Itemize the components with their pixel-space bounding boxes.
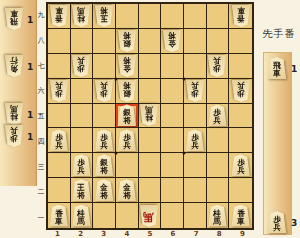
rank-label: 二 — [36, 188, 46, 196]
shogi-piece-sente[interactable]: 金将 — [162, 30, 182, 52]
board-square[interactable] — [207, 4, 230, 29]
piece-kanji: 兵 — [237, 81, 245, 89]
shogi-piece-sente[interactable]: 桂馬 — [139, 104, 159, 126]
board-square[interactable] — [139, 4, 162, 29]
piece-kanji: 行 — [10, 56, 18, 64]
rank-label: 一 — [36, 214, 46, 222]
captured-count: 1 — [291, 64, 297, 74]
piece-kanji: 将 — [123, 81, 131, 89]
piece-kanji: 歩 — [10, 134, 18, 142]
board-square[interactable] — [48, 29, 71, 54]
board-square[interactable] — [71, 29, 94, 54]
board-square[interactable] — [161, 104, 184, 129]
piece-kanji: 兵 — [237, 167, 245, 175]
board-square[interactable] — [139, 29, 162, 54]
board-square[interactable] — [116, 153, 139, 178]
board-square[interactable] — [184, 203, 207, 228]
board-square[interactable] — [229, 178, 252, 203]
board-square[interactable]: 金将 — [93, 178, 116, 203]
shogi-piece-sente[interactable]: 金将 — [117, 55, 137, 77]
board-square[interactable] — [48, 153, 71, 178]
shogi-piece-sente[interactable]: 香車 — [231, 5, 251, 27]
turn-indicator: 先手番 — [258, 27, 300, 41]
piece-kanji: 将 — [78, 192, 86, 200]
board-square[interactable]: 玉将 — [93, 4, 116, 29]
shogi-piece-sente[interactable]: 歩兵 — [71, 55, 91, 77]
shogi-piece-gote[interactable]: 銀将 — [94, 154, 114, 176]
shogi-piece-gote[interactable]: 歩兵 — [117, 129, 137, 151]
board-square[interactable]: 銀将 — [116, 79, 139, 104]
board-square[interactable]: 銀将 — [116, 29, 139, 54]
piece-kanji: 桂 — [78, 14, 86, 22]
captured-count: 3 — [291, 218, 297, 228]
gote-captured-tray: 飛車1歩兵3 — [263, 52, 292, 235]
board-square[interactable] — [161, 54, 184, 79]
piece-kanji: 兵 — [100, 81, 108, 89]
board-square[interactable] — [184, 4, 207, 29]
shogi-piece-gote[interactable]: 香車 — [49, 205, 69, 227]
piece-kanji: 玉 — [100, 14, 108, 22]
board-square[interactable] — [139, 178, 162, 203]
board-square[interactable]: 歩兵 — [93, 128, 116, 153]
board-square[interactable] — [93, 203, 116, 228]
shogi-piece-gote[interactable]: 飛車 — [267, 57, 287, 79]
piece-kanji: 車 — [55, 218, 63, 226]
piece-kanji: 香 — [237, 14, 245, 22]
board-square[interactable] — [184, 54, 207, 79]
piece-kanji: 兵 — [78, 167, 86, 175]
board-square[interactable]: 歩兵 — [71, 153, 94, 178]
piece-kanji: 将 — [100, 167, 108, 175]
piece-kanji: 兵 — [191, 81, 199, 89]
board-square[interactable]: 歩兵 — [93, 79, 116, 104]
piece-kanji: 兵 — [100, 142, 108, 150]
piece-kanji: 金 — [168, 39, 176, 47]
piece-kanji: 馬 — [78, 218, 86, 226]
rank-label: 七 — [36, 62, 46, 70]
piece-kanji: 車 — [273, 70, 281, 78]
shogi-piece-gote[interactable]: 歩兵 — [49, 129, 69, 151]
shogi-piece-sente[interactable]: 馬 — [139, 205, 159, 227]
board-square[interactable]: 金将 — [116, 54, 139, 79]
shogi-piece-sente[interactable]: 桂馬 — [4, 103, 24, 125]
captured-count: 1 — [27, 110, 33, 120]
piece-kanji: 馬 — [78, 6, 86, 14]
board-square[interactable] — [71, 104, 94, 129]
shogi-piece-sente[interactable]: 歩兵 — [231, 80, 251, 102]
piece-kanji: 兵 — [273, 224, 281, 232]
captured-count: 1 — [27, 15, 33, 25]
shogi-piece-gote[interactable]: 歩兵 — [231, 154, 251, 176]
shogi-piece-gote[interactable]: 銀将 — [117, 104, 137, 126]
piece-kanji: 車 — [237, 218, 245, 226]
shogi-piece-sente[interactable]: 角行 — [4, 55, 24, 77]
piece-kanji: 桂 — [146, 113, 154, 121]
shogi-piece-gote[interactable]: 歩兵 — [71, 154, 91, 176]
piece-kanji: 車 — [237, 6, 245, 14]
piece-kanji: 飛 — [10, 17, 18, 25]
captured-count: 1 — [27, 62, 33, 72]
shogi-piece-gote[interactable]: 桂馬 — [71, 205, 91, 227]
shogi-piece-gote[interactable]: 歩兵 — [94, 129, 114, 151]
board-square[interactable] — [93, 104, 116, 129]
board-square[interactable] — [93, 54, 116, 79]
board-square[interactable]: 歩兵 — [48, 128, 71, 153]
board-square[interactable]: 歩兵 — [229, 153, 252, 178]
board-square[interactable] — [139, 79, 162, 104]
piece-kanji: 将 — [123, 192, 131, 200]
board-square[interactable]: 香車 — [229, 4, 252, 29]
file-label: 7 — [191, 230, 201, 238]
board-square[interactable] — [48, 178, 71, 203]
shogi-piece-sente[interactable]: 香車 — [49, 5, 69, 27]
board-square[interactable] — [116, 203, 139, 228]
board-square[interactable] — [139, 153, 162, 178]
file-label: 9 — [237, 230, 247, 238]
file-label: 1 — [53, 230, 63, 238]
shogi-piece-gote[interactable]: 香車 — [231, 205, 251, 227]
board-square[interactable] — [207, 79, 230, 104]
board-square[interactable]: 香車 — [229, 203, 252, 228]
board-square[interactable]: 桂馬 — [71, 4, 94, 29]
piece-kanji: 将 — [123, 56, 131, 64]
board-square[interactable] — [161, 153, 184, 178]
shogi-piece-sente[interactable]: 玉将 — [94, 5, 114, 27]
board-square[interactable] — [161, 178, 184, 203]
piece-kanji: 兵 — [55, 81, 63, 89]
piece-kanji: 将 — [100, 6, 108, 14]
piece-kanji: 兵 — [55, 142, 63, 150]
board-square[interactable] — [48, 104, 71, 129]
piece-kanji: 兵 — [78, 56, 86, 64]
piece-kanji: 兵 — [214, 117, 222, 125]
board-square[interactable]: 王将 — [71, 178, 94, 203]
file-label: 6 — [168, 230, 178, 238]
piece-kanji: 車 — [10, 9, 18, 17]
board-square[interactable] — [48, 54, 71, 79]
board-square[interactable] — [207, 29, 230, 54]
board-square[interactable]: 歩兵 — [184, 79, 207, 104]
board-square[interactable] — [116, 4, 139, 29]
board-square[interactable] — [161, 128, 184, 153]
board-square[interactable]: 銀将 — [116, 104, 139, 129]
shogi-piece-sente[interactable]: 飛車 — [4, 8, 24, 30]
piece-kanji: 馬 — [146, 105, 154, 113]
board-square[interactable]: 金将 — [116, 178, 139, 203]
piece-kanji: 馬 — [10, 104, 18, 112]
shogi-piece-gote[interactable]: 歩兵 — [207, 104, 227, 126]
board-square[interactable]: 歩兵 — [116, 128, 139, 153]
hoshi-dot — [183, 77, 186, 80]
piece-kanji: 銀 — [123, 39, 131, 47]
shogi-piece-gote[interactable]: 金将 — [94, 179, 114, 201]
hoshi-dot — [115, 77, 118, 80]
piece-kanji: 将 — [100, 192, 108, 200]
board-square[interactable] — [161, 79, 184, 104]
board-square[interactable]: 桂馬 — [139, 104, 162, 129]
piece-kanji: 香 — [55, 14, 63, 22]
file-label: 3 — [99, 230, 109, 238]
board-square[interactable] — [184, 178, 207, 203]
shogi-piece-sente[interactable]: 桂馬 — [71, 5, 91, 27]
board-square[interactable] — [184, 153, 207, 178]
shogi-piece-sente[interactable]: 銀将 — [117, 30, 137, 52]
shogi-board: 香車桂馬玉将香車銀将金将歩兵金将歩兵歩兵歩兵銀将歩兵歩兵銀将桂馬歩兵歩兵歩兵歩兵… — [46, 2, 254, 230]
piece-kanji: 車 — [55, 6, 63, 14]
piece-kanji: 兵 — [191, 142, 199, 150]
board-square[interactable]: 歩兵 — [184, 128, 207, 153]
piece-kanji: 角 — [10, 64, 18, 72]
board-square[interactable] — [229, 104, 252, 129]
board-square[interactable] — [71, 79, 94, 104]
board-square[interactable]: 銀将 — [93, 153, 116, 178]
board-square[interactable] — [93, 29, 116, 54]
board-square[interactable] — [207, 178, 230, 203]
board-square[interactable]: 歩兵 — [207, 54, 230, 79]
file-label: 2 — [76, 230, 86, 238]
piece-kanji: 兵 — [123, 142, 131, 150]
board-square[interactable]: 桂馬 — [207, 203, 230, 228]
rank-label: 五 — [36, 112, 46, 120]
piece-kanji: 将 — [123, 117, 131, 125]
board-square[interactable]: 歩兵 — [48, 79, 71, 104]
hoshi-dot — [115, 152, 118, 155]
board-square[interactable]: 歩兵 — [207, 104, 230, 129]
board-square[interactable] — [207, 128, 230, 153]
shogi-piece-sente[interactable]: 歩兵 — [207, 55, 227, 77]
shogi-piece-sente[interactable]: 歩兵 — [94, 80, 114, 102]
hoshi-dot — [183, 152, 186, 155]
file-label: 8 — [214, 230, 224, 238]
shogi-piece-gote[interactable]: 金将 — [117, 179, 137, 201]
rank-label: 九 — [36, 11, 46, 19]
board-square[interactable] — [229, 128, 252, 153]
shogi-piece-sente[interactable]: 歩兵 — [185, 80, 205, 102]
shogi-piece-sente[interactable]: 銀将 — [117, 80, 137, 102]
shogi-piece-gote[interactable]: 歩兵 — [185, 129, 205, 151]
board-square[interactable]: 香車 — [48, 203, 71, 228]
file-label: 4 — [122, 230, 132, 238]
board-square[interactable] — [139, 128, 162, 153]
board-square[interactable] — [161, 4, 184, 29]
shogi-app: 飛車1角行1桂馬1歩兵1 九八七六五四三二一 香車桂馬玉将香車銀将金将歩兵金将歩… — [0, 0, 300, 238]
piece-kanji: 兵 — [10, 126, 18, 134]
piece-kanji: 馬 — [214, 218, 222, 226]
board-square[interactable] — [139, 54, 162, 79]
piece-kanji: 将 — [123, 31, 131, 39]
board-square[interactable] — [207, 153, 230, 178]
board-square[interactable]: 桂馬 — [71, 203, 94, 228]
board-square[interactable]: 歩兵 — [71, 54, 94, 79]
rank-label: 三 — [36, 163, 46, 171]
rank-label: 四 — [36, 138, 46, 146]
piece-kanji: 桂 — [10, 112, 18, 120]
shogi-piece-gote[interactable]: 桂馬 — [207, 205, 227, 227]
rank-label: 六 — [36, 87, 46, 95]
board-square[interactable] — [184, 29, 207, 54]
shogi-piece-gote[interactable]: 歩兵 — [267, 211, 287, 233]
board-square[interactable] — [229, 54, 252, 79]
board-square[interactable]: 馬 — [139, 203, 162, 228]
board-square[interactable]: 歩兵 — [229, 79, 252, 104]
shogi-piece-gote[interactable]: 王将 — [71, 179, 91, 201]
board-square[interactable] — [161, 203, 184, 228]
piece-kanji: 馬 — [144, 210, 154, 222]
shogi-piece-sente[interactable]: 歩兵 — [4, 125, 24, 147]
board-square[interactable] — [229, 29, 252, 54]
captured-count: 1 — [27, 132, 33, 142]
board-square[interactable]: 金将 — [161, 29, 184, 54]
shogi-piece-sente[interactable]: 歩兵 — [49, 80, 69, 102]
board-square[interactable] — [184, 104, 207, 129]
board-square[interactable]: 香車 — [48, 4, 71, 29]
sente-captured-tray: 飛車1角行1桂馬1歩兵1 — [0, 0, 37, 186]
rank-label: 八 — [36, 36, 46, 44]
piece-kanji: 将 — [168, 31, 176, 39]
board-square[interactable] — [71, 128, 94, 153]
piece-kanji: 兵 — [214, 56, 222, 64]
file-label: 5 — [145, 230, 155, 238]
